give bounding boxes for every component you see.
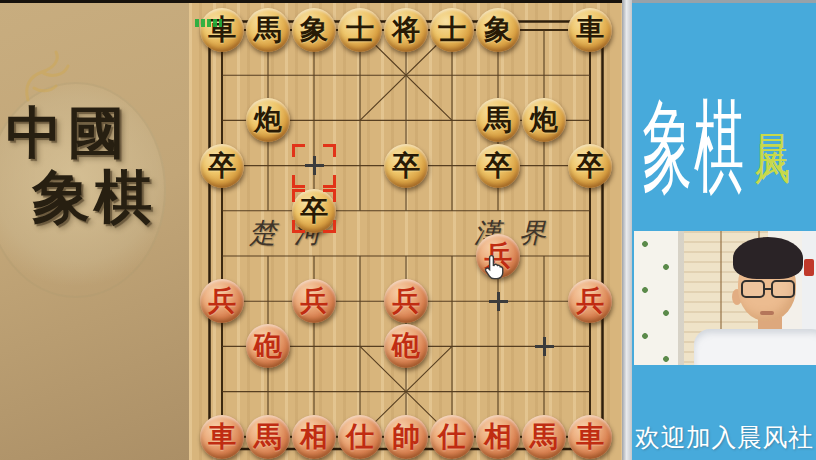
black-piece-炮[interactable]: 炮 (246, 98, 290, 142)
welcome-banner: 欢迎加入晨风社 (635, 421, 814, 454)
stream-title-sub: 晨风 (754, 98, 790, 118)
red-piece-相[interactable]: 相 (476, 415, 520, 459)
hand-cursor-icon (482, 254, 508, 282)
gold-flourish-icon (20, 48, 72, 106)
streamer-panel: 象棋 晨风 欢迎加入晨风社 (632, 0, 816, 460)
panel-top-line (632, 0, 816, 3)
panel-title-line2: 象棋 (32, 168, 156, 226)
red-piece-車[interactable]: 車 (568, 415, 612, 459)
webcam-red-object (804, 259, 814, 276)
black-piece-炮[interactable]: 炮 (522, 98, 566, 142)
red-piece-馬[interactable]: 馬 (246, 415, 290, 459)
stream-title-main: 象棋 (642, 96, 746, 199)
red-piece-仕[interactable]: 仕 (338, 415, 382, 459)
app-window: 中國 象棋 楚河 漢界 車馬象士将士象車炮馬炮卒卒卒卒卒兵兵兵兵兵砲砲車馬相仕帥… (0, 0, 816, 460)
black-piece-士[interactable]: 士 (430, 8, 474, 52)
last-move-from (292, 144, 336, 188)
stream-title: 象棋 晨风 (642, 96, 790, 146)
left-decor-panel: 中國 象棋 (0, 0, 189, 460)
black-piece-馬[interactable]: 馬 (476, 98, 520, 142)
panel-title-line1: 中國 (6, 104, 156, 160)
point-marker (488, 291, 508, 311)
top-border-line (0, 0, 622, 3)
streamer-hair (733, 237, 803, 279)
red-piece-兵[interactable]: 兵 (292, 279, 336, 323)
streamer-shirt (694, 329, 816, 365)
red-piece-仕[interactable]: 仕 (430, 415, 474, 459)
black-piece-将[interactable]: 将 (384, 8, 428, 52)
window-divider (622, 0, 632, 460)
last-move-to (292, 189, 336, 233)
black-piece-象[interactable]: 象 (476, 8, 520, 52)
red-piece-帥[interactable]: 帥 (384, 415, 428, 459)
red-piece-兵[interactable]: 兵 (200, 279, 244, 323)
panel-title: 中國 象棋 (6, 104, 156, 226)
xiangqi-board[interactable]: 楚河 漢界 車馬象士将士象車炮馬炮卒卒卒卒卒兵兵兵兵兵砲砲車馬相仕帥仕相馬車 (189, 0, 622, 460)
red-piece-相[interactable]: 相 (292, 415, 336, 459)
webcam-view (634, 231, 816, 365)
red-piece-砲[interactable]: 砲 (384, 324, 428, 368)
red-piece-車[interactable]: 車 (200, 415, 244, 459)
black-piece-車[interactable]: 車 (568, 8, 612, 52)
black-piece-士[interactable]: 士 (338, 8, 382, 52)
red-piece-兵[interactable]: 兵 (384, 279, 428, 323)
black-piece-卒[interactable]: 卒 (384, 144, 428, 188)
webcam-curtain (634, 231, 684, 365)
point-marker (534, 336, 554, 356)
black-piece-馬[interactable]: 馬 (246, 8, 290, 52)
black-piece-卒[interactable]: 卒 (476, 144, 520, 188)
black-piece-車[interactable]: 車 (200, 8, 244, 52)
black-piece-卒[interactable]: 卒 (568, 144, 612, 188)
red-piece-馬[interactable]: 馬 (522, 415, 566, 459)
streamer-glasses (741, 281, 795, 297)
green-watermark (195, 19, 222, 27)
black-piece-卒[interactable]: 卒 (200, 144, 244, 188)
red-piece-砲[interactable]: 砲 (246, 324, 290, 368)
black-piece-象[interactable]: 象 (292, 8, 336, 52)
red-piece-兵[interactable]: 兵 (568, 279, 612, 323)
streamer-mouth (760, 311, 774, 315)
